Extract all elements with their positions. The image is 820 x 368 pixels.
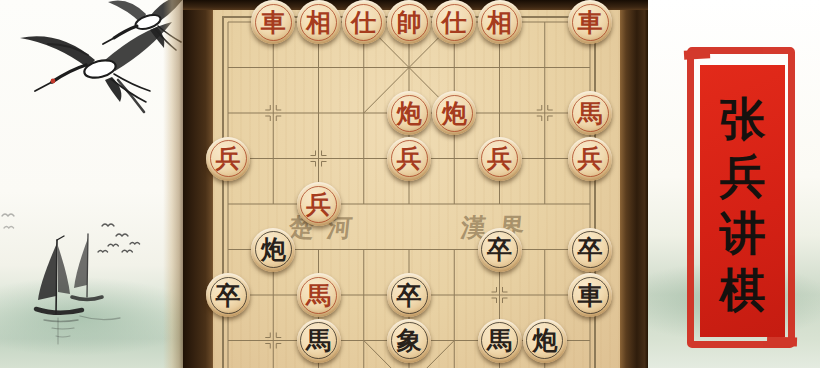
seal-character: 讲	[720, 205, 766, 262]
piece-red-chariot[interactable]: 車	[568, 0, 612, 44]
piece-black-soldier[interactable]: 卒	[478, 228, 522, 272]
piece-character: 卒	[578, 237, 603, 262]
xiangqi-board: 楚河 漢界 車相仕帥仕相車炮炮馬兵兵兵兵兵炮卒卒卒馬卒車馬象馬炮	[183, 0, 648, 368]
piece-character: 仕	[351, 10, 376, 35]
piece-red-advisor[interactable]: 仕	[342, 0, 386, 44]
piece-character: 車	[261, 10, 286, 35]
piece-character: 相	[487, 10, 512, 35]
piece-red-cannon[interactable]: 炮	[387, 91, 431, 135]
piece-red-elephant[interactable]: 相	[297, 0, 341, 44]
piece-character: 兵	[578, 146, 603, 171]
piece-red-soldier[interactable]: 兵	[387, 137, 431, 181]
piece-character: 帥	[397, 10, 422, 35]
seal-character: 兵	[720, 148, 766, 205]
piece-red-elephant[interactable]: 相	[478, 0, 522, 44]
piece-red-cannon[interactable]: 炮	[432, 91, 476, 135]
seal-text: 张兵讲棋	[700, 65, 785, 337]
piece-red-soldier[interactable]: 兵	[478, 137, 522, 181]
piece-red-soldier[interactable]: 兵	[297, 182, 341, 226]
piece-character: 馬	[487, 328, 512, 353]
piece-character: 相	[306, 10, 331, 35]
piece-black-chariot[interactable]: 車	[568, 273, 612, 317]
thumbnail-scene: 楚河 漢界 車相仕帥仕相車炮炮馬兵兵兵兵兵炮卒卒卒馬卒車馬象馬炮 张兵讲棋	[0, 0, 820, 368]
piece-red-horse[interactable]: 馬	[568, 91, 612, 135]
piece-character: 兵	[216, 146, 241, 171]
piece-character: 卒	[487, 237, 512, 262]
piece-black-soldier[interactable]: 卒	[568, 228, 612, 272]
piece-character: 炮	[397, 101, 422, 126]
piece-character: 馬	[578, 101, 603, 126]
piece-black-horse[interactable]: 馬	[297, 319, 341, 363]
piece-red-soldier[interactable]: 兵	[206, 137, 250, 181]
piece-black-horse[interactable]: 馬	[478, 319, 522, 363]
seal-character: 棋	[720, 262, 766, 319]
page-fold-edge	[163, 0, 183, 368]
piece-character: 兵	[306, 192, 331, 217]
piece-red-king[interactable]: 帥	[387, 0, 431, 44]
piece-character: 車	[578, 283, 603, 308]
piece-character: 馬	[306, 328, 331, 353]
birds-illustration	[2, 214, 140, 252]
piece-black-cannon[interactable]: 炮	[251, 228, 295, 272]
piece-black-cannon[interactable]: 炮	[523, 319, 567, 363]
cranes-illustration	[20, 0, 184, 112]
piece-red-horse[interactable]: 馬	[297, 273, 341, 317]
piece-red-soldier[interactable]: 兵	[568, 137, 612, 181]
piece-character: 馬	[306, 283, 331, 308]
piece-black-soldier[interactable]: 卒	[387, 273, 431, 317]
ink-painting	[0, 0, 185, 368]
piece-character: 仕	[442, 10, 467, 35]
piece-character: 兵	[397, 146, 422, 171]
piece-character: 炮	[532, 328, 557, 353]
piece-red-chariot[interactable]: 車	[251, 0, 295, 44]
piece-character: 卒	[397, 283, 422, 308]
seal-panel: 张兵讲棋	[648, 0, 820, 368]
piece-character: 卒	[216, 283, 241, 308]
piece-character: 炮	[442, 101, 467, 126]
piece-character: 象	[397, 328, 422, 353]
piece-character: 炮	[261, 237, 286, 262]
boats-illustration	[36, 234, 120, 344]
piece-black-soldier[interactable]: 卒	[206, 273, 250, 317]
piece-black-elephant[interactable]: 象	[387, 319, 431, 363]
seal-character: 张	[720, 91, 766, 148]
piece-character: 兵	[487, 146, 512, 171]
piece-character: 車	[578, 10, 603, 35]
ink-painting-panel	[0, 0, 185, 368]
piece-red-advisor[interactable]: 仕	[432, 0, 476, 44]
